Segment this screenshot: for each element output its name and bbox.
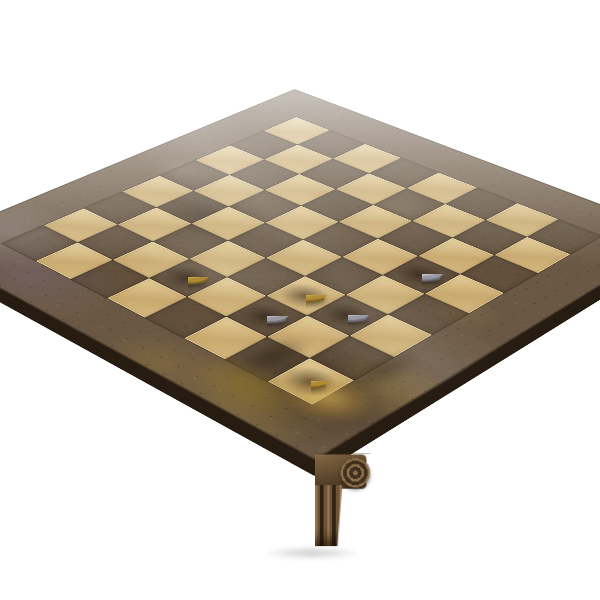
chess-board: ♛♚♟♜♞♝ <box>0 89 600 460</box>
pawn-figure: ♟ <box>259 286 362 382</box>
perspective-wrapper: ♛♚♟♜♞♝ <box>0 0 600 600</box>
leg-plinth <box>259 443 372 453</box>
floor-shadow <box>262 546 362 560</box>
piece-base-disc <box>400 263 444 276</box>
piece-base-disc <box>293 370 330 383</box>
chess-set-photo: ♛♚♟♜♞♝ <box>0 0 600 600</box>
pawn-glyph: ♟ <box>259 286 362 380</box>
leg-fluted-shaft <box>283 485 347 546</box>
